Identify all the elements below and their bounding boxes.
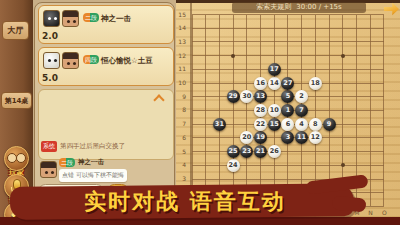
- black-stone-G11: 17: [268, 63, 281, 76]
- black-stone-avatar: [43, 10, 60, 27]
- column-label: O: [381, 210, 388, 216]
- white-stone-J6: 12: [309, 131, 322, 144]
- black-stone-D5: 25: [227, 145, 240, 158]
- rule-label: 索索夫规则: [256, 2, 291, 13]
- white-stone-F8: 28: [254, 104, 267, 117]
- row-label: 12: [176, 53, 186, 59]
- banner-text: 实时对战 语音互动: [20, 187, 350, 217]
- black-stone-G7: 15: [268, 118, 281, 131]
- player-name: 恒心愉悦☆土豆: [101, 56, 153, 66]
- player-score: 5.0: [42, 73, 58, 83]
- chat-message-head: 二段 神之一击: [59, 158, 104, 167]
- row-label: 11: [176, 66, 186, 72]
- white-stone-H7: 6: [281, 118, 294, 131]
- row-label: 10: [176, 80, 186, 86]
- white-stone-J10: 18: [309, 77, 322, 90]
- chevron-up-icon[interactable]: [154, 94, 163, 103]
- player-score: 2.0: [42, 31, 58, 41]
- black-stone-D9: 29: [227, 90, 240, 103]
- black-stone-H8: 1: [281, 104, 294, 117]
- black-stone-F5: 21: [254, 145, 267, 158]
- star-point: [231, 54, 235, 58]
- players-icon: [4, 146, 29, 171]
- rank-badge: 二段: [83, 13, 99, 22]
- white-stone-G8: 10: [268, 104, 281, 117]
- system-message-row: 系统 第四手过后黑白交换了: [41, 141, 125, 152]
- black-stone-K7: 9: [323, 118, 336, 131]
- white-stone-I9: 2: [295, 90, 308, 103]
- system-message: 第四手过后黑白交换了: [60, 142, 125, 151]
- chat-avatar: [40, 161, 57, 178]
- row-label: 5: [176, 149, 186, 155]
- white-stone-G10: 14: [268, 77, 281, 90]
- row-label: 8: [176, 107, 186, 113]
- row-label: 13: [176, 39, 186, 45]
- black-stone-H6: 3: [281, 131, 294, 144]
- white-stone-E6: 20: [240, 131, 253, 144]
- row-label: 15: [176, 12, 186, 18]
- avatar-portrait: [62, 52, 79, 69]
- expand-arrow-icon[interactable]: [384, 2, 399, 16]
- white-stone-G5: 26: [268, 145, 281, 158]
- system-tag: 系统: [41, 141, 57, 152]
- game-screen: 123456789101112131415ABCDEFGHIJKLMNO1234…: [0, 0, 400, 225]
- black-stone-H9: 5: [281, 90, 294, 103]
- black-stone-H10: 27: [281, 77, 294, 90]
- white-stone-E9: 30: [240, 90, 253, 103]
- chat-panel: 系统 第四手过后黑白交换了 二段 神之一击 点错 可以悔下棋不能悔: [38, 89, 174, 160]
- player-card-black: 二段 神之一击 2.0: [38, 5, 174, 44]
- avatar-portrait: [62, 10, 79, 27]
- white-stone-I7: 4: [295, 118, 308, 131]
- white-stone-F10: 16: [254, 77, 267, 90]
- black-stone-C7: 31: [213, 118, 226, 131]
- row-label: 6: [176, 135, 186, 141]
- tab-lobby[interactable]: 大厅: [2, 21, 29, 40]
- black-stone-I8: 7: [295, 104, 308, 117]
- white-stone-D4: 24: [227, 159, 240, 172]
- black-stone-I6: 11: [295, 131, 308, 144]
- player-card-white: 四段 恒心愉悦☆土豆 5.0: [38, 47, 174, 86]
- rank-badge: 二段: [59, 158, 75, 167]
- time-label: 30:00 / +15s: [296, 2, 341, 13]
- star-point: [341, 54, 345, 58]
- grid-line-v: [383, 15, 384, 207]
- star-point: [341, 163, 345, 167]
- rule-time-header: 索索夫规则 30:00 / +15s: [232, 2, 366, 13]
- row-label: 9: [176, 94, 186, 100]
- player-name: 神之一击: [101, 14, 131, 24]
- black-stone-F6: 19: [254, 131, 267, 144]
- row-label: 7: [176, 121, 186, 127]
- row-label: 14: [176, 25, 186, 31]
- white-stone-F7: 22: [254, 118, 267, 131]
- white-stone-avatar: [43, 52, 60, 69]
- rank-badge: 四段: [83, 55, 99, 64]
- black-stone-E5: 23: [240, 145, 253, 158]
- column-label: N: [367, 210, 374, 216]
- tab-table-14[interactable]: 第14桌: [1, 92, 32, 109]
- promo-banner: 实时对战 语音互动: [6, 181, 362, 219]
- row-label: 4: [176, 162, 186, 168]
- black-stone-F9: 13: [254, 90, 267, 103]
- chat-sender-name: 神之一击: [78, 158, 104, 167]
- grid-line-v: [370, 15, 371, 207]
- white-stone-J7: 8: [309, 118, 322, 131]
